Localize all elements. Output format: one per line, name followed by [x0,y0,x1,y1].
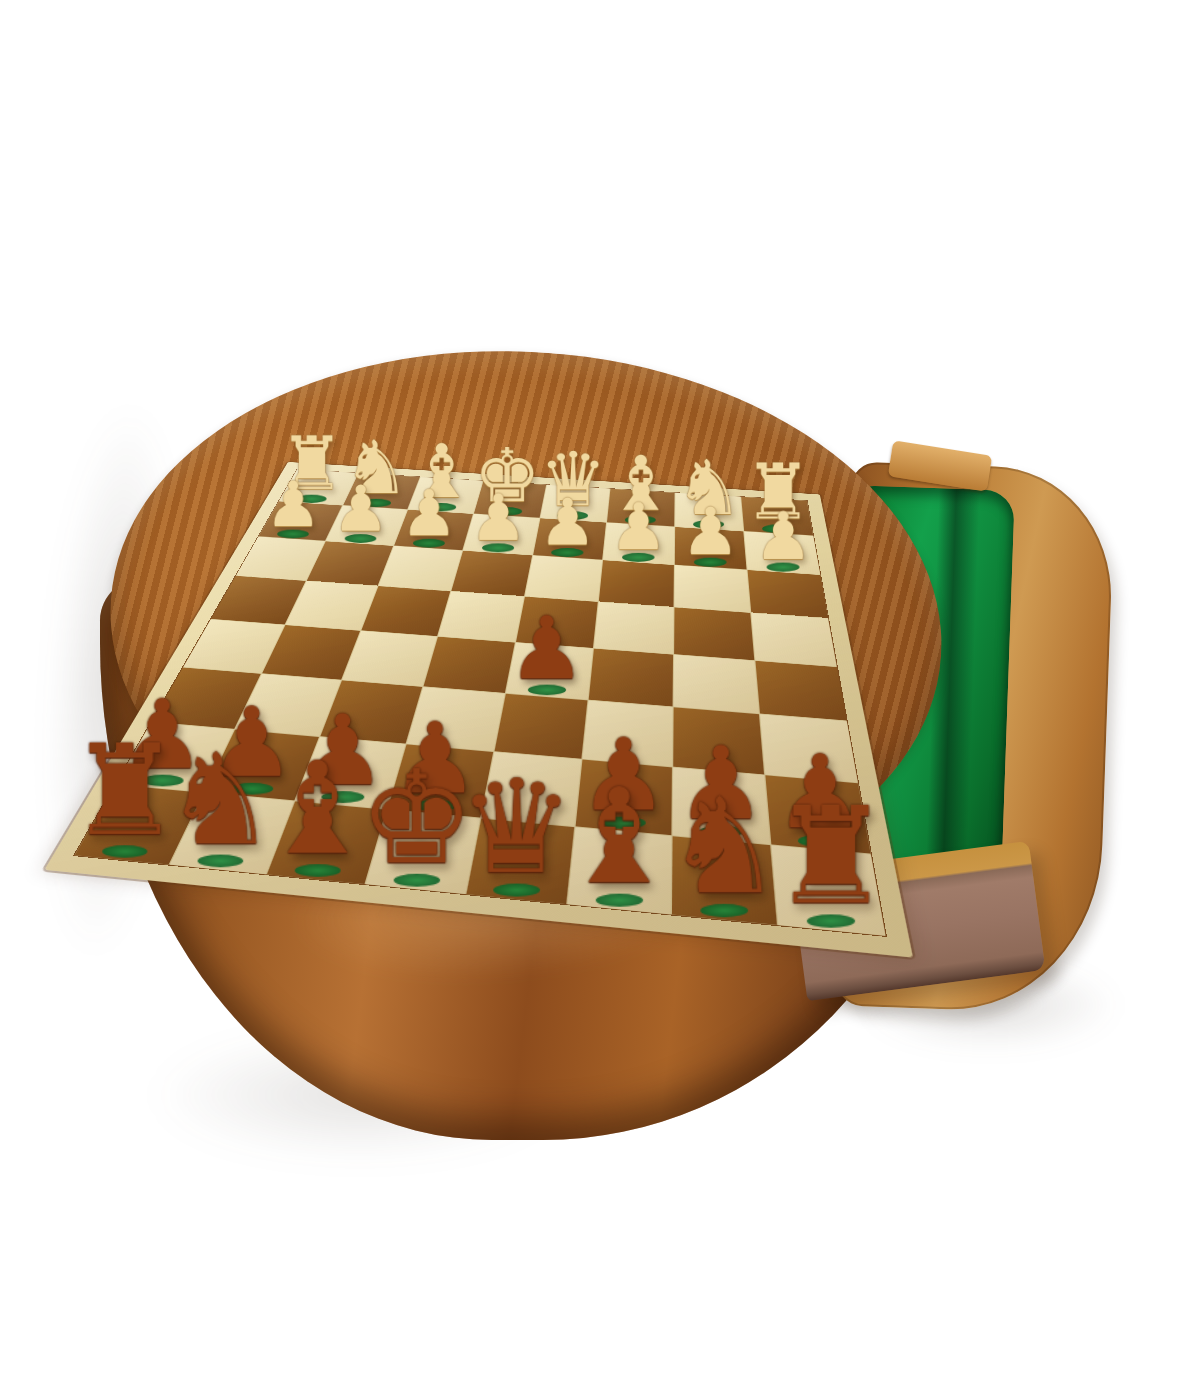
white-pawn[interactable]: ♟ [265,473,321,536]
square-r4c6[interactable] [674,654,759,713]
square-r2c6[interactable] [675,565,751,612]
brown-knight[interactable]: ♞ [665,781,784,913]
white-pawn[interactable]: ♟ [539,490,597,554]
square-r4c5[interactable] [589,648,673,706]
white-pawn[interactable]: ♟ [332,477,389,540]
square-r2c0[interactable] [236,537,325,581]
square-r0c7[interactable]: ♜ [741,497,813,536]
square-r0c6[interactable]: ♞ [675,493,743,531]
brown-queen[interactable]: ♛ [459,763,575,893]
white-pawn[interactable]: ♟ [469,485,526,549]
product-photo-round-chess-set: ♜♞♝♚♛♝♞♜♟♟♟♟♟♟♟♟♟♟♟♟♟♟♟♟♜♞♝♚♛♝♞♜ [0,0,1200,1400]
white-queen[interactable]: ♛ [540,442,607,517]
white-knight[interactable]: ♞ [343,431,409,505]
square-r7c4[interactable]: ♛ [466,819,575,904]
square-r0c1[interactable]: ♞ [343,473,420,509]
square-r1c5[interactable]: ♟ [603,523,674,565]
square-r3c5[interactable] [594,602,673,654]
square-r1c6[interactable]: ♟ [675,527,747,569]
white-pawn[interactable]: ♟ [400,481,457,545]
square-r1c1[interactable]: ♟ [326,506,407,546]
square-r7c5[interactable]: ♝ [568,827,672,914]
square-r4c3[interactable] [423,636,514,693]
square-r0c0[interactable]: ♜ [279,469,358,505]
square-r4c0[interactable] [183,619,284,673]
brown-rook[interactable]: ♜ [771,790,891,924]
square-r0c4[interactable]: ♛ [540,485,610,522]
square-r0c3[interactable]: ♚ [474,481,546,518]
square-r3c1[interactable] [286,581,378,630]
square-r1c4[interactable]: ♟ [533,518,607,559]
white-rook[interactable]: ♜ [279,427,345,500]
white-bishop[interactable]: ♝ [408,435,474,509]
square-r2c7[interactable] [748,570,828,618]
square-r4c4[interactable]: ♟ [505,642,593,700]
white-pawn[interactable]: ♟ [681,499,740,564]
square-r3c7[interactable] [751,613,836,666]
square-r4c1[interactable] [262,625,360,680]
square-r1c0[interactable]: ♟ [259,501,342,540]
white-knight[interactable]: ♞ [675,450,743,526]
white-rook[interactable]: ♜ [744,454,812,530]
square-r3c6[interactable] [674,607,754,660]
square-r2c2[interactable] [378,546,461,591]
square-r0c2[interactable]: ♝ [408,477,482,514]
square-r4c7[interactable] [756,661,847,721]
square-r2c1[interactable] [307,541,393,585]
brown-king[interactable]: ♚ [358,754,473,883]
square-r0c5[interactable]: ♝ [607,489,675,527]
white-bishop[interactable]: ♝ [607,446,675,521]
square-r1c3[interactable]: ♟ [463,514,539,555]
square-r1c2[interactable]: ♟ [394,510,473,550]
brown-bishop[interactable]: ♝ [260,745,374,873]
white-pawn[interactable]: ♟ [610,494,668,559]
square-r3c2[interactable] [361,586,450,636]
square-r2c3[interactable] [451,551,532,596]
square-r7c6[interactable]: ♞ [672,836,777,925]
chessboard-grid: ♜♞♝♚♛♝♞♜♟♟♟♟♟♟♟♟♟♟♟♟♟♟♟♟♜♞♝♚♛♝♞♜ [75,469,886,935]
square-r2c5[interactable] [599,560,674,606]
square-r7c7[interactable]: ♜ [772,845,886,935]
white-pawn[interactable]: ♟ [754,503,813,569]
square-r2c4[interactable] [525,555,603,601]
brown-bishop[interactable]: ♝ [561,772,679,903]
square-r5c4[interactable] [494,694,588,759]
chessboard-scene: ♜♞♝♚♛♝♞♜♟♟♟♟♟♟♟♟♟♟♟♟♟♟♟♟♜♞♝♚♛♝♞♜ [183,268,847,968]
brown-pawn[interactable]: ♟ [508,605,586,692]
square-r3c0[interactable] [211,576,306,624]
white-king[interactable]: ♚ [474,439,541,513]
square-r4c2[interactable] [342,631,437,687]
square-r1c7[interactable]: ♟ [744,531,820,574]
